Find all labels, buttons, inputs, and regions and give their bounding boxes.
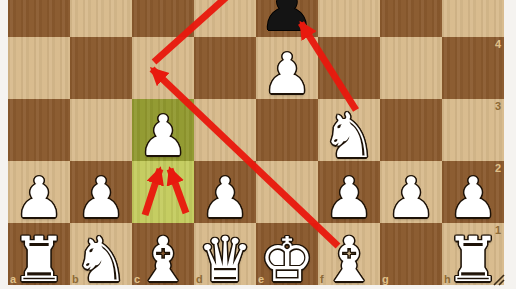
white-pawn-f2[interactable]: ♟ <box>318 167 380 229</box>
square-a2[interactable]: ♟ <box>8 161 70 223</box>
white-knight-f3[interactable]: ♞ <box>318 105 380 167</box>
square-h4[interactable]: 4 <box>442 37 504 99</box>
square-g2[interactable]: ♟ <box>380 161 442 223</box>
square-f4[interactable] <box>318 37 380 99</box>
white-pawn-h2[interactable]: ♟ <box>442 167 504 229</box>
square-d5[interactable] <box>194 0 256 37</box>
white-bishop-c1[interactable]: ♝ <box>132 229 194 289</box>
chessboard-screenshot: ♟♟4♟♞3♟♟♟♟♟2♟a♜b♞c♝d♛e♚f♝g1h♜ <box>0 0 516 289</box>
white-rook-a1[interactable]: ♜ <box>8 229 70 289</box>
square-b1[interactable]: b♞ <box>70 223 132 285</box>
square-d3[interactable] <box>194 99 256 161</box>
rank-label-4: 4 <box>495 38 501 50</box>
black-pawn-e5[interactable]: ♟ <box>256 0 318 39</box>
square-c2[interactable] <box>132 161 194 223</box>
square-e4[interactable]: ♟ <box>256 37 318 99</box>
square-a3[interactable] <box>8 99 70 161</box>
square-g5[interactable] <box>380 0 442 37</box>
square-e5[interactable]: ♟ <box>256 0 318 37</box>
square-h3[interactable]: 3 <box>442 99 504 161</box>
square-a5[interactable] <box>8 0 70 37</box>
rank-label-3: 3 <box>495 100 501 112</box>
square-b5[interactable] <box>70 0 132 37</box>
white-knight-b1[interactable]: ♞ <box>70 229 132 289</box>
square-h2[interactable]: 2♟ <box>442 161 504 223</box>
square-d2[interactable]: ♟ <box>194 161 256 223</box>
square-f2[interactable]: ♟ <box>318 161 380 223</box>
white-pawn-c3[interactable]: ♟ <box>132 105 194 167</box>
square-g3[interactable] <box>380 99 442 161</box>
file-label-g: g <box>382 273 389 285</box>
square-g4[interactable] <box>380 37 442 99</box>
square-d4[interactable] <box>194 37 256 99</box>
white-pawn-b2[interactable]: ♟ <box>70 167 132 229</box>
white-pawn-g2[interactable]: ♟ <box>380 167 442 229</box>
square-a4[interactable] <box>8 37 70 99</box>
board-resize-handle[interactable] <box>492 273 505 286</box>
square-d1[interactable]: d♛ <box>194 223 256 285</box>
square-h5[interactable] <box>442 0 504 37</box>
square-a1[interactable]: a♜ <box>8 223 70 285</box>
square-c3[interactable]: ♟ <box>132 99 194 161</box>
square-b3[interactable] <box>70 99 132 161</box>
square-e1[interactable]: e♚ <box>256 223 318 285</box>
square-e2[interactable] <box>256 161 318 223</box>
square-c1[interactable]: c♝ <box>132 223 194 285</box>
square-b4[interactable] <box>70 37 132 99</box>
white-pawn-e4[interactable]: ♟ <box>256 43 318 105</box>
white-pawn-a2[interactable]: ♟ <box>8 167 70 229</box>
chess-board: ♟♟4♟♞3♟♟♟♟♟2♟a♜b♞c♝d♛e♚f♝g1h♜ <box>8 0 504 285</box>
white-bishop-f1[interactable]: ♝ <box>318 229 380 289</box>
square-f3[interactable]: ♞ <box>318 99 380 161</box>
white-queen-d1[interactable]: ♛ <box>194 229 256 289</box>
square-c5[interactable] <box>132 0 194 37</box>
square-f5[interactable] <box>318 0 380 37</box>
square-g1[interactable]: g <box>380 223 442 285</box>
square-b2[interactable]: ♟ <box>70 161 132 223</box>
square-c4[interactable] <box>132 37 194 99</box>
white-king-e1[interactable]: ♚ <box>256 229 318 289</box>
square-f1[interactable]: f♝ <box>318 223 380 285</box>
square-e3[interactable] <box>256 99 318 161</box>
white-pawn-d2[interactable]: ♟ <box>194 167 256 229</box>
